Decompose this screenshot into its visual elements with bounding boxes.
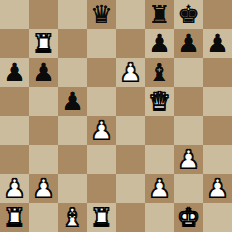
square-c7[interactable] [58, 29, 87, 58]
piece-white-rook: ♜ [3, 203, 25, 232]
piece-white-king: ♚ [177, 203, 199, 232]
square-b6[interactable]: ♟ [29, 58, 58, 87]
square-e6[interactable]: ♟ [116, 58, 145, 87]
square-h8[interactable] [203, 0, 232, 29]
square-f7[interactable]: ♟ [145, 29, 174, 58]
piece-black-bishop: ♝ [148, 58, 170, 87]
square-c2[interactable] [58, 174, 87, 203]
square-b1[interactable] [29, 203, 58, 232]
square-h4[interactable] [203, 116, 232, 145]
square-a3[interactable] [0, 145, 29, 174]
square-d1[interactable]: ♜ [87, 203, 116, 232]
square-g4[interactable] [174, 116, 203, 145]
piece-white-pawn: ♟ [119, 58, 141, 87]
square-h6[interactable] [203, 58, 232, 87]
square-b4[interactable] [29, 116, 58, 145]
piece-white-rook: ♜ [32, 29, 54, 58]
square-b3[interactable] [29, 145, 58, 174]
piece-black-pawn: ♟ [61, 87, 83, 116]
square-e2[interactable] [116, 174, 145, 203]
square-g2[interactable] [174, 174, 203, 203]
piece-black-pawn: ♟ [32, 58, 54, 87]
square-c4[interactable] [58, 116, 87, 145]
piece-black-pawn: ♟ [177, 29, 199, 58]
square-b8[interactable] [29, 0, 58, 29]
square-f1[interactable] [145, 203, 174, 232]
square-f4[interactable] [145, 116, 174, 145]
piece-black-king: ♚ [177, 0, 199, 29]
square-f5[interactable]: ♛ [145, 87, 174, 116]
square-d7[interactable] [87, 29, 116, 58]
piece-white-pawn: ♟ [148, 174, 170, 203]
piece-black-pawn: ♟ [3, 58, 25, 87]
square-g7[interactable]: ♟ [174, 29, 203, 58]
square-d2[interactable] [87, 174, 116, 203]
piece-white-queen: ♛ [148, 87, 170, 116]
piece-white-bishop: ♝ [61, 203, 83, 232]
square-b5[interactable] [29, 87, 58, 116]
piece-black-pawn: ♟ [148, 29, 170, 58]
square-c6[interactable] [58, 58, 87, 87]
square-h5[interactable] [203, 87, 232, 116]
piece-white-rook: ♜ [90, 203, 112, 232]
square-e4[interactable] [116, 116, 145, 145]
piece-white-pawn: ♟ [3, 174, 25, 203]
piece-white-pawn: ♟ [32, 174, 54, 203]
square-a2[interactable]: ♟ [0, 174, 29, 203]
square-c1[interactable]: ♝ [58, 203, 87, 232]
square-f8[interactable]: ♜ [145, 0, 174, 29]
square-e8[interactable] [116, 0, 145, 29]
square-e3[interactable] [116, 145, 145, 174]
square-g8[interactable]: ♚ [174, 0, 203, 29]
square-b2[interactable]: ♟ [29, 174, 58, 203]
piece-white-pawn: ♟ [177, 145, 199, 174]
square-a8[interactable] [0, 0, 29, 29]
square-a5[interactable] [0, 87, 29, 116]
square-a7[interactable] [0, 29, 29, 58]
square-e5[interactable] [116, 87, 145, 116]
piece-white-pawn: ♟ [90, 116, 112, 145]
piece-black-rook: ♜ [148, 0, 170, 29]
square-f3[interactable] [145, 145, 174, 174]
square-h3[interactable] [203, 145, 232, 174]
square-h1[interactable] [203, 203, 232, 232]
square-g3[interactable]: ♟ [174, 145, 203, 174]
square-c3[interactable] [58, 145, 87, 174]
square-a4[interactable] [0, 116, 29, 145]
square-a6[interactable]: ♟ [0, 58, 29, 87]
square-g1[interactable]: ♚ [174, 203, 203, 232]
square-a1[interactable]: ♜ [0, 203, 29, 232]
square-d4[interactable]: ♟ [87, 116, 116, 145]
square-g6[interactable] [174, 58, 203, 87]
chess-board: ♛♜♚♜♟♟♟♟♟♟♝♟♛♟♟♟♟♟♟♜♝♜♚ [0, 0, 232, 232]
square-g5[interactable] [174, 87, 203, 116]
square-d5[interactable] [87, 87, 116, 116]
piece-black-queen: ♛ [90, 0, 112, 29]
square-h2[interactable]: ♟ [203, 174, 232, 203]
square-e7[interactable] [116, 29, 145, 58]
square-b7[interactable]: ♜ [29, 29, 58, 58]
square-d3[interactable] [87, 145, 116, 174]
square-d6[interactable] [87, 58, 116, 87]
square-f2[interactable]: ♟ [145, 174, 174, 203]
square-d8[interactable]: ♛ [87, 0, 116, 29]
square-c8[interactable] [58, 0, 87, 29]
piece-black-pawn: ♟ [206, 29, 228, 58]
square-f6[interactable]: ♝ [145, 58, 174, 87]
square-c5[interactable]: ♟ [58, 87, 87, 116]
square-e1[interactable] [116, 203, 145, 232]
piece-white-pawn: ♟ [206, 174, 228, 203]
square-h7[interactable]: ♟ [203, 29, 232, 58]
